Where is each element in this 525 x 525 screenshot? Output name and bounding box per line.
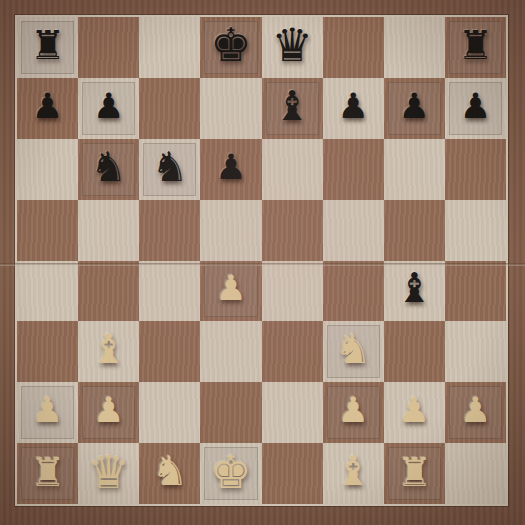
piece-white-pawn[interactable]: ♟ [399,393,430,428]
piece-white-pawn[interactable]: ♟ [215,271,246,306]
square-g7[interactable]: ♟ [384,78,445,139]
piece-black-bishop[interactable]: ♝ [396,268,433,309]
square-a5[interactable] [17,200,78,261]
piece-white-knight[interactable]: ♞ [335,329,372,370]
square-h6[interactable] [445,139,506,200]
square-g1[interactable]: ♜ [384,443,445,504]
piece-white-bishop[interactable]: ♝ [90,329,127,370]
square-d4[interactable]: ♟ [200,261,261,322]
square-g4[interactable]: ♝ [384,261,445,322]
square-d3[interactable] [200,321,261,382]
square-a3[interactable] [17,321,78,382]
square-e4[interactable] [262,261,323,322]
piece-black-knight[interactable]: ♞ [90,147,127,188]
square-g6[interactable] [384,139,445,200]
square-c7[interactable] [139,78,200,139]
piece-white-pawn[interactable]: ♟ [460,393,491,428]
square-h5[interactable] [445,200,506,261]
square-g5[interactable] [384,200,445,261]
square-e3[interactable] [262,321,323,382]
chess-board: ♜♚♛♜♟♟♝♟♟♟♞♞♟♟♝♝♞♟♟♟♟♟♜♛♞♚♝♜ [15,15,508,506]
piece-white-knight[interactable]: ♞ [151,451,188,492]
square-a8[interactable]: ♜ [17,17,78,78]
piece-black-bishop[interactable]: ♝ [274,86,311,127]
square-a1[interactable]: ♜ [17,443,78,504]
square-d2[interactable] [200,382,261,443]
square-c3[interactable] [139,321,200,382]
square-a2[interactable]: ♟ [17,382,78,443]
square-h1[interactable] [445,443,506,504]
square-g2[interactable]: ♟ [384,382,445,443]
square-c1[interactable]: ♞ [139,443,200,504]
square-f6[interactable] [323,139,384,200]
piece-white-pawn[interactable]: ♟ [93,393,124,428]
square-c6[interactable]: ♞ [139,139,200,200]
piece-white-pawn[interactable]: ♟ [337,393,368,428]
square-f4[interactable] [323,261,384,322]
piece-black-rook[interactable]: ♜ [30,25,66,65]
square-d6[interactable]: ♟ [200,139,261,200]
square-h3[interactable] [445,321,506,382]
square-b5[interactable] [78,200,139,261]
square-c8[interactable] [139,17,200,78]
piece-black-king[interactable]: ♚ [210,22,251,68]
piece-black-knight[interactable]: ♞ [151,147,188,188]
piece-black-pawn[interactable]: ♟ [460,89,491,124]
piece-white-king[interactable]: ♚ [210,449,251,495]
square-b8[interactable] [78,17,139,78]
square-d8[interactable]: ♚ [200,17,261,78]
square-c5[interactable] [139,200,200,261]
board-frame: ♜♚♛♜♟♟♝♟♟♟♞♞♟♟♝♝♞♟♟♟♟♟♜♛♞♚♝♜ [0,0,525,525]
square-e5[interactable] [262,200,323,261]
square-a7[interactable]: ♟ [17,78,78,139]
square-f8[interactable] [323,17,384,78]
piece-black-pawn[interactable]: ♟ [337,89,368,124]
piece-white-queen[interactable]: ♛ [88,449,129,495]
square-h8[interactable]: ♜ [445,17,506,78]
square-b3[interactable]: ♝ [78,321,139,382]
piece-black-pawn[interactable]: ♟ [399,89,430,124]
piece-black-pawn[interactable]: ♟ [215,150,246,185]
piece-black-pawn[interactable]: ♟ [93,89,124,124]
piece-white-rook[interactable]: ♜ [396,452,432,492]
board-photo: ♜♚♛♜♟♟♝♟♟♟♞♞♟♟♝♝♞♟♟♟♟♟♜♛♞♚♝♜ [0,0,525,525]
square-d1[interactable]: ♚ [200,443,261,504]
square-c2[interactable] [139,382,200,443]
piece-black-queen[interactable]: ♛ [271,22,312,68]
square-f2[interactable]: ♟ [323,382,384,443]
square-d5[interactable] [200,200,261,261]
square-f1[interactable]: ♝ [323,443,384,504]
piece-white-pawn[interactable]: ♟ [32,393,63,428]
piece-black-rook[interactable]: ♜ [458,25,494,65]
square-h4[interactable] [445,261,506,322]
piece-white-bishop[interactable]: ♝ [335,451,372,492]
square-f3[interactable]: ♞ [323,321,384,382]
square-b2[interactable]: ♟ [78,382,139,443]
square-a4[interactable] [17,261,78,322]
square-d7[interactable] [200,78,261,139]
square-b4[interactable] [78,261,139,322]
square-f5[interactable] [323,200,384,261]
piece-white-rook[interactable]: ♜ [30,452,66,492]
square-b1[interactable]: ♛ [78,443,139,504]
square-h7[interactable]: ♟ [445,78,506,139]
square-f7[interactable]: ♟ [323,78,384,139]
square-g3[interactable] [384,321,445,382]
square-g8[interactable] [384,17,445,78]
square-a6[interactable] [17,139,78,200]
square-b7[interactable]: ♟ [78,78,139,139]
square-e2[interactable] [262,382,323,443]
square-e1[interactable] [262,443,323,504]
square-e6[interactable] [262,139,323,200]
square-b6[interactable]: ♞ [78,139,139,200]
square-c4[interactable] [139,261,200,322]
square-e8[interactable]: ♛ [262,17,323,78]
piece-black-pawn[interactable]: ♟ [32,89,63,124]
square-e7[interactable]: ♝ [262,78,323,139]
square-h2[interactable]: ♟ [445,382,506,443]
